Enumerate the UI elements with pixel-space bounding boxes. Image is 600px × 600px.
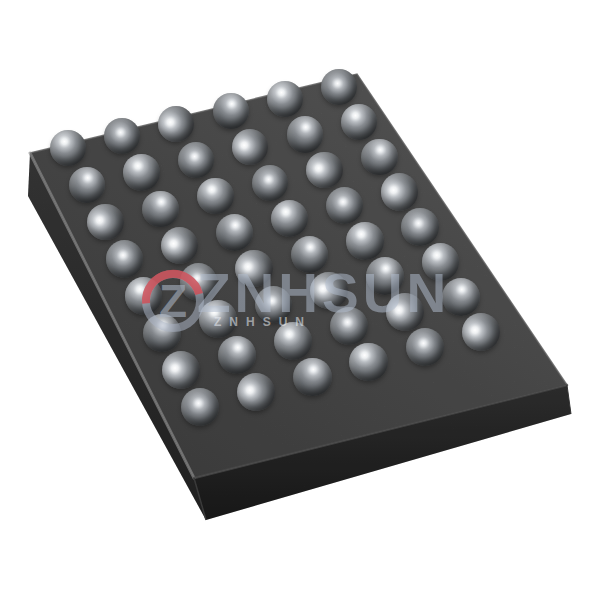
- solder-ball: [255, 286, 293, 324]
- solder-ball: [291, 236, 328, 273]
- solder-ball: [178, 142, 214, 178]
- solder-ball: [158, 106, 194, 142]
- solder-ball: [125, 277, 162, 314]
- product-photo: Z ZNHSUN ZNHSUN: [0, 0, 600, 600]
- solder-ball: [321, 69, 357, 105]
- solder-ball: [142, 191, 179, 228]
- solder-ball: [87, 204, 124, 241]
- solder-ball: [310, 272, 348, 310]
- solder-ball: [69, 167, 105, 203]
- solder-ball: [361, 139, 398, 176]
- solder-ball: [346, 222, 383, 259]
- solder-ball: [341, 104, 377, 140]
- solder-ball: [162, 351, 200, 389]
- solder-ball: [422, 243, 460, 281]
- solder-ball: [50, 130, 86, 166]
- solder-ball: [442, 278, 480, 316]
- solder-ball: [143, 314, 181, 352]
- solder-ball: [213, 93, 249, 129]
- solder-ball: [232, 129, 268, 165]
- solder-ball: [274, 322, 312, 360]
- solder-ball: [181, 388, 220, 427]
- solder-ball: [123, 154, 159, 190]
- solder-ball: [326, 187, 363, 224]
- solder-ball: [267, 81, 303, 117]
- solder-ball: [161, 227, 198, 264]
- solder-ball: [293, 358, 332, 397]
- solder-ball: [462, 313, 501, 352]
- solder-ball: [197, 178, 234, 215]
- solder-ball: [406, 328, 445, 367]
- solder-ball: [366, 257, 404, 295]
- solder-ball: [106, 240, 143, 277]
- solder-ball: [252, 165, 289, 202]
- solder-ball: [401, 208, 438, 245]
- solder-ball: [235, 250, 272, 287]
- solder-ball: [237, 373, 276, 412]
- solder-ball: [199, 300, 237, 338]
- solder-ball: [349, 343, 388, 382]
- solder-ball: [287, 116, 323, 152]
- ball-grid: [0, 0, 600, 600]
- solder-ball: [330, 307, 368, 345]
- solder-ball: [306, 152, 343, 189]
- solder-ball: [180, 263, 217, 300]
- solder-ball: [216, 214, 253, 251]
- solder-ball: [218, 336, 256, 374]
- solder-ball: [381, 173, 418, 210]
- solder-ball: [271, 200, 308, 237]
- solder-ball: [104, 118, 140, 154]
- solder-ball: [386, 293, 424, 331]
